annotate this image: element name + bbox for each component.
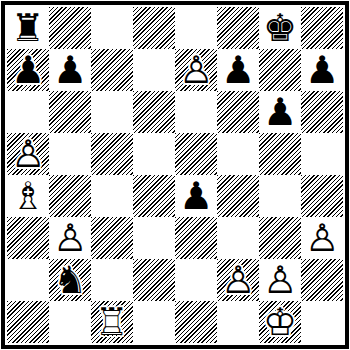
piece-black-pawn[interactable]: ♟♟ <box>7 49 49 91</box>
piece-white-bishop[interactable]: ♝♗ <box>7 175 49 217</box>
square-h2[interactable] <box>301 259 343 301</box>
black-pawn-icon: ♟ <box>301 49 343 91</box>
piece-black-king[interactable]: ♚♚ <box>259 7 301 49</box>
black-pawn-icon: ♟ <box>259 91 301 133</box>
square-e4[interactable]: ♟♟ <box>175 175 217 217</box>
square-d4[interactable] <box>133 175 175 217</box>
square-c4[interactable] <box>91 175 133 217</box>
square-g3[interactable] <box>259 217 301 259</box>
black-pawn-icon: ♟ <box>49 49 91 91</box>
square-g1[interactable]: ♚♔ <box>259 301 301 343</box>
square-b4[interactable] <box>49 175 91 217</box>
black-pawn-icon: ♟ <box>175 175 217 217</box>
square-e2[interactable] <box>175 259 217 301</box>
piece-black-pawn[interactable]: ♟♟ <box>217 49 259 91</box>
square-b8[interactable] <box>49 7 91 49</box>
square-e5[interactable] <box>175 133 217 175</box>
piece-white-pawn[interactable]: ♟♙ <box>7 133 49 175</box>
square-c5[interactable] <box>91 133 133 175</box>
piece-white-pawn[interactable]: ♟♙ <box>301 217 343 259</box>
piece-black-rook[interactable]: ♜♜ <box>7 7 49 49</box>
square-e1[interactable] <box>175 301 217 343</box>
square-a1[interactable] <box>7 301 49 343</box>
square-f7[interactable]: ♟♟ <box>217 49 259 91</box>
square-h1[interactable] <box>301 301 343 343</box>
square-e6[interactable] <box>175 91 217 133</box>
white-pawn-icon: ♙ <box>7 133 49 175</box>
square-g6[interactable]: ♟♟ <box>259 91 301 133</box>
square-b6[interactable] <box>49 91 91 133</box>
white-pawn-icon: ♙ <box>49 217 91 259</box>
square-f5[interactable] <box>217 133 259 175</box>
square-d1[interactable] <box>133 301 175 343</box>
square-h7[interactable]: ♟♟ <box>301 49 343 91</box>
square-a5[interactable]: ♟♙ <box>7 133 49 175</box>
square-h6[interactable] <box>301 91 343 133</box>
square-c2[interactable] <box>91 259 133 301</box>
square-g2[interactable]: ♟♙ <box>259 259 301 301</box>
square-f2[interactable]: ♟♙ <box>217 259 259 301</box>
square-a3[interactable] <box>7 217 49 259</box>
square-b7[interactable]: ♟♟ <box>49 49 91 91</box>
square-c3[interactable] <box>91 217 133 259</box>
piece-black-pawn[interactable]: ♟♟ <box>259 91 301 133</box>
piece-black-knight[interactable]: ♞♞ <box>49 259 91 301</box>
black-rook-icon: ♜ <box>7 7 49 49</box>
square-d3[interactable] <box>133 217 175 259</box>
square-e8[interactable] <box>175 7 217 49</box>
square-f1[interactable] <box>217 301 259 343</box>
square-a6[interactable] <box>7 91 49 133</box>
square-d6[interactable] <box>133 91 175 133</box>
square-a7[interactable]: ♟♟ <box>7 49 49 91</box>
piece-white-pawn[interactable]: ♟♙ <box>175 49 217 91</box>
square-d5[interactable] <box>133 133 175 175</box>
square-d2[interactable] <box>133 259 175 301</box>
white-pawn-icon: ♙ <box>217 259 259 301</box>
white-rook-icon: ♖ <box>91 301 133 343</box>
square-h8[interactable] <box>301 7 343 49</box>
square-a2[interactable] <box>7 259 49 301</box>
square-g5[interactable] <box>259 133 301 175</box>
square-f3[interactable] <box>217 217 259 259</box>
black-pawn-icon: ♟ <box>7 49 49 91</box>
piece-white-king[interactable]: ♚♔ <box>259 301 301 343</box>
square-c8[interactable] <box>91 7 133 49</box>
piece-white-rook[interactable]: ♜♖ <box>91 301 133 343</box>
square-c1[interactable]: ♜♖ <box>91 301 133 343</box>
square-a4[interactable]: ♝♗ <box>7 175 49 217</box>
square-b3[interactable]: ♟♙ <box>49 217 91 259</box>
white-pawn-icon: ♙ <box>301 217 343 259</box>
piece-black-pawn[interactable]: ♟♟ <box>175 175 217 217</box>
piece-white-pawn[interactable]: ♟♙ <box>259 259 301 301</box>
chess-board: ♜♜♚♚♟♟♟♟♟♙♟♟♟♟♟♟♟♙♝♗♟♟♟♙♟♙♞♞♟♙♟♙♜♖♚♔ <box>7 7 343 343</box>
square-g8[interactable]: ♚♚ <box>259 7 301 49</box>
square-h4[interactable] <box>301 175 343 217</box>
black-knight-icon: ♞ <box>49 259 91 301</box>
square-d7[interactable] <box>133 49 175 91</box>
black-king-icon: ♚ <box>259 7 301 49</box>
piece-black-pawn[interactable]: ♟♟ <box>301 49 343 91</box>
square-g4[interactable] <box>259 175 301 217</box>
piece-black-pawn[interactable]: ♟♟ <box>49 49 91 91</box>
piece-white-pawn[interactable]: ♟♙ <box>49 217 91 259</box>
square-c7[interactable] <box>91 49 133 91</box>
board-frame: ♜♜♚♚♟♟♟♟♟♙♟♟♟♟♟♟♟♙♝♗♟♟♟♙♟♙♞♞♟♙♟♙♜♖♚♔ <box>1 1 349 349</box>
chess-diagram: ♜♜♚♚♟♟♟♟♟♙♟♟♟♟♟♟♟♙♝♗♟♟♟♙♟♙♞♞♟♙♟♙♜♖♚♔ <box>0 0 350 350</box>
square-e3[interactable] <box>175 217 217 259</box>
square-h3[interactable]: ♟♙ <box>301 217 343 259</box>
square-h5[interactable] <box>301 133 343 175</box>
square-d8[interactable] <box>133 7 175 49</box>
square-c6[interactable] <box>91 91 133 133</box>
white-bishop-icon: ♗ <box>7 175 49 217</box>
square-b2[interactable]: ♞♞ <box>49 259 91 301</box>
square-b5[interactable] <box>49 133 91 175</box>
square-a8[interactable]: ♜♜ <box>7 7 49 49</box>
square-e7[interactable]: ♟♙ <box>175 49 217 91</box>
piece-white-pawn[interactable]: ♟♙ <box>217 259 259 301</box>
square-f6[interactable] <box>217 91 259 133</box>
white-pawn-icon: ♙ <box>175 49 217 91</box>
square-g7[interactable] <box>259 49 301 91</box>
white-pawn-icon: ♙ <box>259 259 301 301</box>
square-f4[interactable] <box>217 175 259 217</box>
white-king-icon: ♔ <box>259 301 301 343</box>
square-f8[interactable] <box>217 7 259 49</box>
black-pawn-icon: ♟ <box>217 49 259 91</box>
square-b1[interactable] <box>49 301 91 343</box>
